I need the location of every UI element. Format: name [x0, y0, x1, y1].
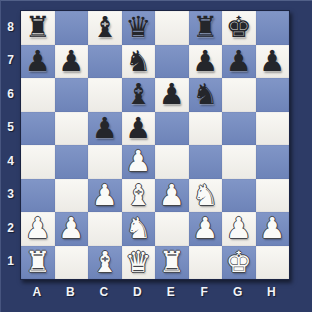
black-queen[interactable]: ♛: [122, 11, 156, 45]
square-c5[interactable]: ♟: [88, 112, 122, 146]
square-c7[interactable]: [88, 45, 122, 79]
square-e7[interactable]: [155, 45, 189, 79]
square-b3[interactable]: [55, 179, 89, 213]
file-label-f: F: [188, 283, 222, 301]
square-h7[interactable]: ♟: [256, 45, 290, 79]
square-f3[interactable]: ♞: [189, 179, 223, 213]
square-e3[interactable]: ♟: [155, 179, 189, 213]
white-pawn[interactable]: ♟: [256, 212, 290, 246]
square-b6[interactable]: [55, 78, 89, 112]
square-g4[interactable]: [222, 145, 256, 179]
rank-label-4: 4: [1, 144, 20, 178]
black-king[interactable]: ♚: [222, 11, 256, 45]
chess-board-panel: 87654321 ♜♝♛♜♚♟♟♞♟♟♟♝♟♞♟♟♟♟♝♟♞♟♟♞♟♟♟♜♝♛♜…: [0, 0, 312, 312]
square-a5[interactable]: [21, 112, 55, 146]
white-knight[interactable]: ♞: [189, 179, 223, 213]
square-g6[interactable]: [222, 78, 256, 112]
white-pawn[interactable]: ♟: [155, 179, 189, 213]
black-bishop[interactable]: ♝: [122, 78, 156, 112]
square-f8[interactable]: ♜: [189, 11, 223, 45]
square-e4[interactable]: [155, 145, 189, 179]
square-f5[interactable]: [189, 112, 223, 146]
white-bishop[interactable]: ♝: [122, 179, 156, 213]
white-pawn[interactable]: ♟: [88, 179, 122, 213]
black-rook[interactable]: ♜: [189, 11, 223, 45]
white-pawn[interactable]: ♟: [21, 212, 55, 246]
rank-label-1: 1: [1, 245, 20, 279]
square-e5[interactable]: [155, 112, 189, 146]
square-b1[interactable]: [55, 246, 89, 280]
rank-label-7: 7: [1, 44, 20, 78]
square-d8[interactable]: ♛: [122, 11, 156, 45]
square-c2[interactable]: [88, 212, 122, 246]
file-label-a: A: [20, 283, 54, 301]
square-f2[interactable]: ♟: [189, 212, 223, 246]
white-queen[interactable]: ♛: [122, 246, 156, 280]
file-label-h: H: [255, 283, 289, 301]
black-pawn[interactable]: ♟: [55, 45, 89, 79]
square-a3[interactable]: [21, 179, 55, 213]
file-label-e: E: [154, 283, 188, 301]
white-pawn[interactable]: ♟: [122, 145, 156, 179]
square-g5[interactable]: [222, 112, 256, 146]
file-label-g: G: [221, 283, 255, 301]
white-bishop[interactable]: ♝: [88, 246, 122, 280]
square-c8[interactable]: ♝: [88, 11, 122, 45]
white-rook[interactable]: ♜: [21, 246, 55, 280]
square-d3[interactable]: ♝: [122, 179, 156, 213]
square-c6[interactable]: [88, 78, 122, 112]
rank-label-8: 8: [1, 10, 20, 44]
black-knight[interactable]: ♞: [122, 45, 156, 79]
black-pawn[interactable]: ♟: [88, 112, 122, 146]
file-label-d: D: [121, 283, 155, 301]
square-e8[interactable]: [155, 11, 189, 45]
rank-label-2: 2: [1, 211, 20, 245]
square-e6[interactable]: ♟: [155, 78, 189, 112]
square-b5[interactable]: [55, 112, 89, 146]
black-pawn[interactable]: ♟: [222, 45, 256, 79]
rank-label-3: 3: [1, 178, 20, 212]
black-pawn[interactable]: ♟: [21, 45, 55, 79]
white-knight[interactable]: ♞: [122, 212, 156, 246]
square-a1[interactable]: ♜: [21, 246, 55, 280]
square-c1[interactable]: ♝: [88, 246, 122, 280]
square-e1[interactable]: ♜: [155, 246, 189, 280]
square-d7[interactable]: ♞: [122, 45, 156, 79]
square-h8[interactable]: [256, 11, 290, 45]
square-f1[interactable]: [189, 246, 223, 280]
square-h5[interactable]: [256, 112, 290, 146]
black-knight[interactable]: ♞: [189, 78, 223, 112]
square-a6[interactable]: [21, 78, 55, 112]
white-pawn[interactable]: ♟: [189, 212, 223, 246]
square-h2[interactable]: ♟: [256, 212, 290, 246]
square-b7[interactable]: ♟: [55, 45, 89, 79]
square-c3[interactable]: ♟: [88, 179, 122, 213]
file-labels: ABCDEFGH: [20, 283, 288, 301]
white-pawn[interactable]: ♟: [222, 212, 256, 246]
square-h4[interactable]: [256, 145, 290, 179]
white-pawn[interactable]: ♟: [55, 212, 89, 246]
square-g8[interactable]: ♚: [222, 11, 256, 45]
square-a7[interactable]: ♟: [21, 45, 55, 79]
black-pawn[interactable]: ♟: [189, 45, 223, 79]
square-h3[interactable]: [256, 179, 290, 213]
square-d2[interactable]: ♞: [122, 212, 156, 246]
square-d4[interactable]: ♟: [122, 145, 156, 179]
black-pawn[interactable]: ♟: [155, 78, 189, 112]
square-f7[interactable]: ♟: [189, 45, 223, 79]
rank-labels: 87654321: [1, 10, 20, 278]
square-b2[interactable]: ♟: [55, 212, 89, 246]
black-rook[interactable]: ♜: [21, 11, 55, 45]
square-g3[interactable]: [222, 179, 256, 213]
square-a2[interactable]: ♟: [21, 212, 55, 246]
square-g2[interactable]: ♟: [222, 212, 256, 246]
square-d1[interactable]: ♛: [122, 246, 156, 280]
board: ♜♝♛♜♚♟♟♞♟♟♟♝♟♞♟♟♟♟♝♟♞♟♟♞♟♟♟♜♝♛♜♚: [20, 10, 290, 280]
square-g7[interactable]: ♟: [222, 45, 256, 79]
file-label-b: B: [54, 283, 88, 301]
square-h1[interactable]: [256, 246, 290, 280]
square-h6[interactable]: [256, 78, 290, 112]
square-a8[interactable]: ♜: [21, 11, 55, 45]
rank-label-5: 5: [1, 111, 20, 145]
square-e2[interactable]: [155, 212, 189, 246]
square-f4[interactable]: [189, 145, 223, 179]
black-pawn[interactable]: ♟: [122, 112, 156, 146]
white-rook[interactable]: ♜: [155, 246, 189, 280]
white-king[interactable]: ♚: [222, 246, 256, 280]
square-g1[interactable]: ♚: [222, 246, 256, 280]
square-d5[interactable]: ♟: [122, 112, 156, 146]
square-b8[interactable]: [55, 11, 89, 45]
square-b4[interactable]: [55, 145, 89, 179]
black-bishop[interactable]: ♝: [88, 11, 122, 45]
square-c4[interactable]: [88, 145, 122, 179]
square-d6[interactable]: ♝: [122, 78, 156, 112]
rank-label-6: 6: [1, 77, 20, 111]
file-label-c: C: [87, 283, 121, 301]
square-a4[interactable]: [21, 145, 55, 179]
square-f6[interactable]: ♞: [189, 78, 223, 112]
black-pawn[interactable]: ♟: [256, 45, 290, 79]
